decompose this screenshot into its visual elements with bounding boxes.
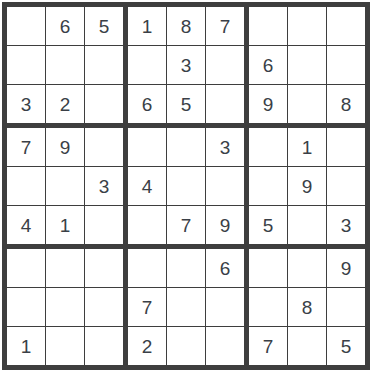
cell-r7c8[interactable] — [288, 249, 327, 288]
cell-r2c6[interactable] — [206, 46, 249, 85]
cell-r8c2[interactable] — [46, 288, 85, 327]
cell-r7c4[interactable] — [128, 249, 167, 288]
cell-r5c5[interactable] — [167, 167, 206, 206]
cell-r8c4[interactable]: 7 — [128, 288, 167, 327]
cell-r6c1[interactable]: 4 — [7, 206, 46, 249]
cell-r3c5[interactable]: 5 — [167, 85, 206, 128]
cell-r4c3[interactable] — [85, 128, 128, 167]
cell-r4c6[interactable]: 3 — [206, 128, 249, 167]
cell-r5c8[interactable]: 9 — [288, 167, 327, 206]
cell-r2c9[interactable] — [327, 46, 365, 85]
cell-r9c3[interactable] — [85, 327, 128, 365]
cell-r9c4[interactable]: 2 — [128, 327, 167, 365]
cell-r2c1[interactable] — [7, 46, 46, 85]
cell-r7c2[interactable] — [46, 249, 85, 288]
cell-r1c1[interactable] — [7, 7, 46, 46]
cell-r3c6[interactable] — [206, 85, 249, 128]
cell-r8c7[interactable] — [249, 288, 288, 327]
cell-r8c9[interactable] — [327, 288, 365, 327]
cell-r3c8[interactable] — [288, 85, 327, 128]
cell-r7c9[interactable]: 9 — [327, 249, 365, 288]
cell-r6c8[interactable] — [288, 206, 327, 249]
cell-r5c9[interactable] — [327, 167, 365, 206]
cell-r8c3[interactable] — [85, 288, 128, 327]
cell-r1c5[interactable]: 8 — [167, 7, 206, 46]
cell-r7c3[interactable] — [85, 249, 128, 288]
cell-r6c3[interactable] — [85, 206, 128, 249]
cell-r5c2[interactable] — [46, 167, 85, 206]
cell-r6c7[interactable]: 5 — [249, 206, 288, 249]
cell-r1c8[interactable] — [288, 7, 327, 46]
cell-r3c9[interactable]: 8 — [327, 85, 365, 128]
cell-r1c4[interactable]: 1 — [128, 7, 167, 46]
cell-r6c5[interactable]: 7 — [167, 206, 206, 249]
cell-r4c5[interactable] — [167, 128, 206, 167]
cell-r6c2[interactable]: 1 — [46, 206, 85, 249]
cell-r9c5[interactable] — [167, 327, 206, 365]
cell-r9c9[interactable]: 5 — [327, 327, 365, 365]
cell-r4c7[interactable] — [249, 128, 288, 167]
cell-r6c4[interactable] — [128, 206, 167, 249]
cell-r1c3[interactable]: 5 — [85, 7, 128, 46]
sudoku-board: 6518736326598793134941795369781275 — [2, 2, 370, 370]
cell-r3c1[interactable]: 3 — [7, 85, 46, 128]
cell-r9c1[interactable]: 1 — [7, 327, 46, 365]
cell-r2c7[interactable]: 6 — [249, 46, 288, 85]
cell-r5c4[interactable]: 4 — [128, 167, 167, 206]
cell-r2c3[interactable] — [85, 46, 128, 85]
cell-r7c7[interactable] — [249, 249, 288, 288]
cell-r3c4[interactable]: 6 — [128, 85, 167, 128]
cell-r1c6[interactable]: 7 — [206, 7, 249, 46]
cell-r5c7[interactable] — [249, 167, 288, 206]
cell-r9c2[interactable] — [46, 327, 85, 365]
cell-r8c1[interactable] — [7, 288, 46, 327]
cell-r2c2[interactable] — [46, 46, 85, 85]
cell-r3c2[interactable]: 2 — [46, 85, 85, 128]
cell-r7c5[interactable] — [167, 249, 206, 288]
cell-r1c2[interactable]: 6 — [46, 7, 85, 46]
cell-r3c3[interactable] — [85, 85, 128, 128]
cell-r9c7[interactable]: 7 — [249, 327, 288, 365]
cell-r4c9[interactable] — [327, 128, 365, 167]
cell-r3c7[interactable]: 9 — [249, 85, 288, 128]
cell-r1c9[interactable] — [327, 7, 365, 46]
cell-r1c7[interactable] — [249, 7, 288, 46]
cell-r8c8[interactable]: 8 — [288, 288, 327, 327]
cell-r9c6[interactable] — [206, 327, 249, 365]
cell-r2c5[interactable]: 3 — [167, 46, 206, 85]
cell-r4c2[interactable]: 9 — [46, 128, 85, 167]
cell-r2c4[interactable] — [128, 46, 167, 85]
cell-r6c6[interactable]: 9 — [206, 206, 249, 249]
cell-r2c8[interactable] — [288, 46, 327, 85]
cell-r8c6[interactable] — [206, 288, 249, 327]
cell-r5c3[interactable]: 3 — [85, 167, 128, 206]
cell-r9c8[interactable] — [288, 327, 327, 365]
cell-r7c6[interactable]: 6 — [206, 249, 249, 288]
cell-r6c9[interactable]: 3 — [327, 206, 365, 249]
cell-r8c5[interactable] — [167, 288, 206, 327]
cell-r5c6[interactable] — [206, 167, 249, 206]
cell-r4c4[interactable] — [128, 128, 167, 167]
cell-r4c1[interactable]: 7 — [7, 128, 46, 167]
cell-r4c8[interactable]: 1 — [288, 128, 327, 167]
cell-r7c1[interactable] — [7, 249, 46, 288]
cell-r5c1[interactable] — [7, 167, 46, 206]
